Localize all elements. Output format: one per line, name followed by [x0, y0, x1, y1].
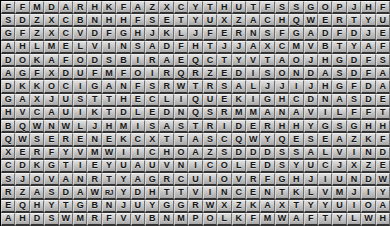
- cell-r11c23[interactable]: E: [318, 133, 332, 146]
- cell-r13c24[interactable]: J: [332, 160, 346, 173]
- cell-r14c10[interactable]: A: [131, 173, 145, 186]
- cell-r4c24[interactable]: T: [332, 41, 346, 54]
- cell-r17c13[interactable]: M: [174, 213, 188, 226]
- cell-r9c7[interactable]: K: [87, 107, 101, 120]
- cell-r9c5[interactable]: U: [59, 107, 73, 120]
- cell-r1c21[interactable]: S: [289, 1, 303, 14]
- cell-r16c18[interactable]: K: [246, 200, 260, 213]
- cell-r15c26[interactable]: I: [361, 186, 375, 199]
- cell-r10c14[interactable]: T: [188, 120, 202, 133]
- cell-r11c6[interactable]: E: [73, 133, 87, 146]
- cell-r9c22[interactable]: V: [304, 107, 318, 120]
- cell-r1c14[interactable]: Y: [188, 1, 202, 14]
- cell-r17c12[interactable]: N: [159, 213, 173, 226]
- cell-r8c1[interactable]: G: [1, 94, 15, 107]
- cell-r8c11[interactable]: C: [145, 94, 159, 107]
- cell-r13c17[interactable]: L: [232, 160, 246, 173]
- cell-r5c1[interactable]: D: [1, 54, 15, 67]
- cell-r12c2[interactable]: E: [15, 147, 29, 160]
- cell-r10c13[interactable]: S: [174, 120, 188, 133]
- cell-r7c10[interactable]: F: [131, 80, 145, 93]
- cell-r7c24[interactable]: G: [332, 80, 346, 93]
- cell-r5c21[interactable]: O: [289, 54, 303, 67]
- cell-r13c4[interactable]: G: [44, 160, 58, 173]
- cell-r9c26[interactable]: F: [361, 107, 375, 120]
- cell-r7c23[interactable]: H: [318, 80, 332, 93]
- cell-r8c22[interactable]: D: [304, 94, 318, 107]
- cell-r15c16[interactable]: N: [217, 186, 231, 199]
- cell-r13c22[interactable]: U: [304, 160, 318, 173]
- cell-r9c1[interactable]: H: [1, 107, 15, 120]
- cell-r10c12[interactable]: A: [159, 120, 173, 133]
- cell-r10c17[interactable]: D: [232, 120, 246, 133]
- cell-r13c23[interactable]: C: [318, 160, 332, 173]
- cell-r7c17[interactable]: A: [232, 80, 246, 93]
- cell-r5c4[interactable]: A: [44, 54, 58, 67]
- cell-r11c26[interactable]: K: [361, 133, 375, 146]
- cell-r2c23[interactable]: E: [318, 14, 332, 27]
- cell-r9c25[interactable]: F: [347, 107, 361, 120]
- cell-r14c26[interactable]: D: [361, 173, 375, 186]
- cell-r14c12[interactable]: R: [159, 173, 173, 186]
- cell-r16c24[interactable]: U: [332, 200, 346, 213]
- cell-r10c2[interactable]: Q: [15, 120, 29, 133]
- cell-r8c24[interactable]: A: [332, 94, 346, 107]
- cell-r3c2[interactable]: F: [15, 27, 29, 40]
- cell-r7c22[interactable]: J: [304, 80, 318, 93]
- cell-r5c14[interactable]: Q: [188, 54, 202, 67]
- cell-r11c16[interactable]: C: [217, 133, 231, 146]
- cell-r5c23[interactable]: H: [318, 54, 332, 67]
- cell-r1c4[interactable]: D: [44, 1, 58, 14]
- cell-r13c20[interactable]: S: [275, 160, 289, 173]
- cell-r7c26[interactable]: D: [361, 80, 375, 93]
- cell-r14c4[interactable]: V: [44, 173, 58, 186]
- cell-r11c20[interactable]: Q: [275, 133, 289, 146]
- cell-r17c26[interactable]: W: [361, 213, 375, 226]
- cell-r3c6[interactable]: V: [73, 27, 87, 40]
- cell-r1c12[interactable]: X: [159, 1, 173, 14]
- cell-r16c6[interactable]: G: [73, 200, 87, 213]
- cell-r16c19[interactable]: A: [260, 200, 274, 213]
- cell-r6c9[interactable]: F: [116, 67, 130, 80]
- cell-r12c27[interactable]: D: [376, 147, 390, 160]
- cell-r13c2[interactable]: D: [15, 160, 29, 173]
- cell-r6c24[interactable]: S: [332, 67, 346, 80]
- cell-r12c16[interactable]: S: [217, 147, 231, 160]
- cell-r6c27[interactable]: A: [376, 67, 390, 80]
- cell-r10c24[interactable]: S: [332, 120, 346, 133]
- cell-r8c2[interactable]: A: [15, 94, 29, 107]
- cell-r3c11[interactable]: J: [145, 27, 159, 40]
- cell-r10c11[interactable]: S: [145, 120, 159, 133]
- cell-r1c19[interactable]: F: [260, 1, 274, 14]
- cell-r4c18[interactable]: A: [246, 41, 260, 54]
- cell-r4c26[interactable]: A: [361, 41, 375, 54]
- cell-r9c13[interactable]: N: [174, 107, 188, 120]
- cell-r5c26[interactable]: F: [361, 54, 375, 67]
- cell-r8c5[interactable]: U: [59, 94, 73, 107]
- cell-r3c12[interactable]: K: [159, 27, 173, 40]
- cell-r14c13[interactable]: C: [174, 173, 188, 186]
- cell-r14c16[interactable]: O: [217, 173, 231, 186]
- cell-r2c1[interactable]: S: [1, 14, 15, 27]
- cell-r6c25[interactable]: D: [347, 67, 361, 80]
- cell-r7c3[interactable]: K: [30, 80, 44, 93]
- cell-r16c4[interactable]: Y: [44, 200, 58, 213]
- cell-r4c13[interactable]: F: [174, 41, 188, 54]
- cell-r7c7[interactable]: G: [87, 80, 101, 93]
- cell-r11c24[interactable]: A: [332, 133, 346, 146]
- cell-r12c17[interactable]: D: [232, 147, 246, 160]
- cell-r10c8[interactable]: H: [102, 120, 116, 133]
- cell-r6c5[interactable]: D: [59, 67, 73, 80]
- cell-r8c23[interactable]: N: [318, 94, 332, 107]
- cell-r3c19[interactable]: S: [260, 27, 274, 40]
- cell-r3c10[interactable]: H: [131, 27, 145, 40]
- cell-r10c23[interactable]: G: [318, 120, 332, 133]
- cell-r9c21[interactable]: A: [289, 107, 303, 120]
- cell-r13c8[interactable]: Y: [102, 160, 116, 173]
- cell-r8c15[interactable]: U: [203, 94, 217, 107]
- cell-r4c14[interactable]: H: [188, 41, 202, 54]
- cell-r12c26[interactable]: N: [361, 147, 375, 160]
- cell-r15c6[interactable]: A: [73, 186, 87, 199]
- cell-r6c23[interactable]: A: [318, 67, 332, 80]
- cell-r12c23[interactable]: L: [318, 147, 332, 160]
- cell-r9c2[interactable]: V: [15, 107, 29, 120]
- cell-r8c25[interactable]: S: [347, 94, 361, 107]
- cell-r5c12[interactable]: A: [159, 54, 173, 67]
- cell-r12c21[interactable]: S: [289, 147, 303, 160]
- cell-r13c27[interactable]: E: [376, 160, 390, 173]
- cell-r2c7[interactable]: N: [87, 14, 101, 27]
- cell-r2c2[interactable]: D: [15, 14, 29, 27]
- cell-r8c16[interactable]: E: [217, 94, 231, 107]
- cell-r10c3[interactable]: W: [30, 120, 44, 133]
- cell-r17c17[interactable]: K: [232, 213, 246, 226]
- cell-r6c16[interactable]: E: [217, 67, 231, 80]
- cell-r12c22[interactable]: A: [304, 147, 318, 160]
- cell-r11c22[interactable]: S: [304, 133, 318, 146]
- cell-r14c24[interactable]: U: [332, 173, 346, 186]
- cell-r6c20[interactable]: O: [275, 67, 289, 80]
- cell-r2c20[interactable]: H: [275, 14, 289, 27]
- cell-r12c4[interactable]: F: [44, 147, 58, 160]
- cell-r7c5[interactable]: C: [59, 80, 73, 93]
- cell-r11c8[interactable]: E: [102, 133, 116, 146]
- cell-r3c14[interactable]: J: [188, 27, 202, 40]
- cell-r10c18[interactable]: E: [246, 120, 260, 133]
- cell-r15c24[interactable]: M: [332, 186, 346, 199]
- cell-r3c24[interactable]: F: [332, 27, 346, 40]
- cell-r8c4[interactable]: J: [44, 94, 58, 107]
- cell-r12c15[interactable]: Z: [203, 147, 217, 160]
- cell-r5c13[interactable]: E: [174, 54, 188, 67]
- cell-r14c19[interactable]: F: [260, 173, 274, 186]
- cell-r17c24[interactable]: Y: [332, 213, 346, 226]
- cell-r4c4[interactable]: M: [44, 41, 58, 54]
- cell-r17c6[interactable]: M: [73, 213, 87, 226]
- cell-r4c10[interactable]: S: [131, 41, 145, 54]
- cell-r6c3[interactable]: F: [30, 67, 44, 80]
- cell-r1c20[interactable]: S: [275, 1, 289, 14]
- cell-r9c17[interactable]: M: [232, 107, 246, 120]
- cell-r2c14[interactable]: Y: [188, 14, 202, 27]
- cell-r16c14[interactable]: R: [188, 200, 202, 213]
- cell-r13c19[interactable]: D: [260, 160, 274, 173]
- cell-r1c7[interactable]: H: [87, 1, 101, 14]
- cell-r13c11[interactable]: U: [145, 160, 159, 173]
- cell-r4c7[interactable]: V: [87, 41, 101, 54]
- cell-r1c3[interactable]: M: [30, 1, 44, 14]
- cell-r1c15[interactable]: T: [203, 1, 217, 14]
- cell-r5c5[interactable]: F: [59, 54, 73, 67]
- cell-r11c17[interactable]: Q: [232, 133, 246, 146]
- cell-r12c25[interactable]: I: [347, 147, 361, 160]
- cell-r12c12[interactable]: H: [159, 147, 173, 160]
- cell-r7c11[interactable]: S: [145, 80, 159, 93]
- cell-r2c12[interactable]: E: [159, 14, 173, 27]
- cell-r1c17[interactable]: U: [232, 1, 246, 14]
- cell-r4c19[interactable]: X: [260, 41, 274, 54]
- cell-r17c9[interactable]: V: [116, 213, 130, 226]
- cell-r9c19[interactable]: A: [260, 107, 274, 120]
- cell-r7c13[interactable]: W: [174, 80, 188, 93]
- cell-r16c8[interactable]: N: [102, 200, 116, 213]
- cell-r8c8[interactable]: T: [102, 94, 116, 107]
- cell-r1c1[interactable]: F: [1, 1, 15, 14]
- cell-r14c14[interactable]: U: [188, 173, 202, 186]
- cell-r3c5[interactable]: C: [59, 27, 73, 40]
- cell-r4c11[interactable]: A: [145, 41, 159, 54]
- cell-r4c12[interactable]: D: [159, 41, 173, 54]
- cell-r1c10[interactable]: A: [131, 1, 145, 14]
- cell-r16c2[interactable]: Q: [15, 200, 29, 213]
- cell-r4c20[interactable]: C: [275, 41, 289, 54]
- cell-r14c17[interactable]: V: [232, 173, 246, 186]
- cell-r4c8[interactable]: I: [102, 41, 116, 54]
- cell-r9c10[interactable]: L: [131, 107, 145, 120]
- cell-r10c1[interactable]: B: [1, 120, 15, 133]
- cell-r16c22[interactable]: Y: [304, 200, 318, 213]
- cell-r7c19[interactable]: J: [260, 80, 274, 93]
- cell-r7c20[interactable]: J: [275, 80, 289, 93]
- cell-r14c2[interactable]: J: [15, 173, 29, 186]
- cell-r11c25[interactable]: Z: [347, 133, 361, 146]
- cell-r6c6[interactable]: U: [73, 67, 87, 80]
- cell-r14c18[interactable]: R: [246, 173, 260, 186]
- cell-r4c22[interactable]: V: [304, 41, 318, 54]
- cell-r2c10[interactable]: F: [131, 14, 145, 27]
- cell-r15c21[interactable]: K: [289, 186, 303, 199]
- cell-r14c6[interactable]: N: [73, 173, 87, 186]
- cell-r5c2[interactable]: O: [15, 54, 29, 67]
- cell-r5c16[interactable]: T: [217, 54, 231, 67]
- cell-r2c22[interactable]: W: [304, 14, 318, 27]
- cell-r3c26[interactable]: J: [361, 27, 375, 40]
- cell-r7c12[interactable]: R: [159, 80, 173, 93]
- cell-r3c27[interactable]: E: [376, 27, 390, 40]
- cell-r13c1[interactable]: C: [1, 160, 15, 173]
- cell-r7c2[interactable]: K: [15, 80, 29, 93]
- cell-r3c22[interactable]: A: [304, 27, 318, 40]
- cell-r6c10[interactable]: O: [131, 67, 145, 80]
- cell-r5c8[interactable]: S: [102, 54, 116, 67]
- cell-r2c19[interactable]: C: [260, 14, 274, 27]
- cell-r12c10[interactable]: I: [131, 147, 145, 160]
- cell-r9c3[interactable]: C: [30, 107, 44, 120]
- cell-r14c25[interactable]: N: [347, 173, 361, 186]
- cell-r17c11[interactable]: B: [145, 213, 159, 226]
- cell-r16c26[interactable]: O: [361, 200, 375, 213]
- cell-r12c9[interactable]: I: [116, 147, 130, 160]
- cell-r10c21[interactable]: H: [289, 120, 303, 133]
- cell-r13c25[interactable]: X: [347, 160, 361, 173]
- cell-r15c19[interactable]: N: [260, 186, 274, 199]
- cell-r14c11[interactable]: G: [145, 173, 159, 186]
- cell-r2c5[interactable]: C: [59, 14, 73, 27]
- cell-r3c23[interactable]: D: [318, 27, 332, 40]
- cell-r17c1[interactable]: A: [1, 213, 15, 226]
- cell-r8c14[interactable]: Q: [188, 94, 202, 107]
- cell-r10c16[interactable]: I: [217, 120, 231, 133]
- cell-r14c3[interactable]: O: [30, 173, 44, 186]
- cell-r4c5[interactable]: E: [59, 41, 73, 54]
- cell-r8c13[interactable]: I: [174, 94, 188, 107]
- cell-r10c26[interactable]: H: [361, 120, 375, 133]
- cell-r17c22[interactable]: F: [304, 213, 318, 226]
- cell-r7c21[interactable]: I: [289, 80, 303, 93]
- cell-r17c3[interactable]: D: [30, 213, 44, 226]
- cell-r10c10[interactable]: I: [131, 120, 145, 133]
- cell-r6c8[interactable]: M: [102, 67, 116, 80]
- cell-r16c1[interactable]: E: [1, 200, 15, 213]
- cell-r13c26[interactable]: Z: [361, 160, 375, 173]
- cell-r17c20[interactable]: W: [275, 213, 289, 226]
- cell-r6c1[interactable]: A: [1, 67, 15, 80]
- cell-r11c18[interactable]: W: [246, 133, 260, 146]
- cell-r4c2[interactable]: H: [15, 41, 29, 54]
- cell-r9c11[interactable]: E: [145, 107, 159, 120]
- cell-r7c18[interactable]: L: [246, 80, 260, 93]
- cell-r16c16[interactable]: X: [217, 200, 231, 213]
- cell-r8c6[interactable]: S: [73, 94, 87, 107]
- cell-r7c1[interactable]: D: [1, 80, 15, 93]
- cell-r1c26[interactable]: H: [361, 1, 375, 14]
- cell-r17c10[interactable]: V: [131, 213, 145, 226]
- cell-r2c27[interactable]: U: [376, 14, 390, 27]
- cell-r11c27[interactable]: F: [376, 133, 390, 146]
- cell-r5c25[interactable]: D: [347, 54, 361, 67]
- cell-r10c19[interactable]: R: [260, 120, 274, 133]
- cell-r15c11[interactable]: H: [145, 186, 159, 199]
- cell-r5c3[interactable]: K: [30, 54, 44, 67]
- cell-r5c18[interactable]: V: [246, 54, 260, 67]
- cell-r3c1[interactable]: G: [1, 27, 15, 40]
- cell-r10c22[interactable]: Y: [304, 120, 318, 133]
- cell-r11c11[interactable]: X: [145, 133, 159, 146]
- cell-r2c8[interactable]: H: [102, 14, 116, 27]
- cell-r10c20[interactable]: H: [275, 120, 289, 133]
- cell-r11c14[interactable]: A: [188, 133, 202, 146]
- cell-r4c9[interactable]: N: [116, 41, 130, 54]
- cell-r15c20[interactable]: T: [275, 186, 289, 199]
- cell-r8c12[interactable]: L: [159, 94, 173, 107]
- cell-r6c11[interactable]: I: [145, 67, 159, 80]
- cell-r13c6[interactable]: I: [73, 160, 87, 173]
- cell-r16c9[interactable]: J: [116, 200, 130, 213]
- cell-r1c2[interactable]: F: [15, 1, 29, 14]
- cell-r1c22[interactable]: G: [304, 1, 318, 14]
- cell-r9c14[interactable]: Q: [188, 107, 202, 120]
- cell-r14c9[interactable]: Y: [116, 173, 130, 186]
- cell-r13c21[interactable]: Y: [289, 160, 303, 173]
- cell-r6c14[interactable]: R: [188, 67, 202, 80]
- cell-r8c21[interactable]: C: [289, 94, 303, 107]
- cell-r16c5[interactable]: T: [59, 200, 73, 213]
- cell-r2c3[interactable]: Z: [30, 14, 44, 27]
- cell-r13c3[interactable]: K: [30, 160, 44, 173]
- cell-r13c18[interactable]: E: [246, 160, 260, 173]
- cell-r10c25[interactable]: G: [347, 120, 361, 133]
- cell-r17c7[interactable]: R: [87, 213, 101, 226]
- cell-r6c2[interactable]: G: [15, 67, 29, 80]
- cell-r17c23[interactable]: T: [318, 213, 332, 226]
- cell-r13c15[interactable]: C: [203, 160, 217, 173]
- cell-r12c11[interactable]: C: [145, 147, 159, 160]
- cell-r3c20[interactable]: F: [275, 27, 289, 40]
- cell-r2c15[interactable]: U: [203, 14, 217, 27]
- cell-r16c25[interactable]: I: [347, 200, 361, 213]
- cell-r7c9[interactable]: N: [116, 80, 130, 93]
- cell-r5c19[interactable]: T: [260, 54, 274, 67]
- cell-r11c10[interactable]: C: [131, 133, 145, 146]
- cell-r5c6[interactable]: O: [73, 54, 87, 67]
- cell-r14c7[interactable]: R: [87, 173, 101, 186]
- cell-r3c15[interactable]: F: [203, 27, 217, 40]
- cell-r9c18[interactable]: M: [246, 107, 260, 120]
- cell-r5c20[interactable]: A: [275, 54, 289, 67]
- cell-r1c25[interactable]: J: [347, 1, 361, 14]
- cell-r17c19[interactable]: M: [260, 213, 274, 226]
- cell-r6c15[interactable]: Z: [203, 67, 217, 80]
- cell-r2c6[interactable]: B: [73, 14, 87, 27]
- cell-r5c7[interactable]: D: [87, 54, 101, 67]
- cell-r7c25[interactable]: F: [347, 80, 361, 93]
- cell-r9c20[interactable]: N: [275, 107, 289, 120]
- cell-r5c24[interactable]: G: [332, 54, 346, 67]
- cell-r15c5[interactable]: D: [59, 186, 73, 199]
- cell-r2c16[interactable]: X: [217, 14, 231, 27]
- cell-r15c1[interactable]: R: [1, 186, 15, 199]
- cell-r16c11[interactable]: Y: [145, 200, 159, 213]
- cell-r14c22[interactable]: J: [304, 173, 318, 186]
- cell-r11c7[interactable]: N: [87, 133, 101, 146]
- cell-r15c15[interactable]: I: [203, 186, 217, 199]
- cell-r3c3[interactable]: Z: [30, 27, 44, 40]
- cell-r15c10[interactable]: D: [131, 186, 145, 199]
- cell-r5c15[interactable]: C: [203, 54, 217, 67]
- cell-r10c5[interactable]: W: [59, 120, 73, 133]
- cell-r17c15[interactable]: O: [203, 213, 217, 226]
- cell-r7c14[interactable]: T: [188, 80, 202, 93]
- cell-r8c20[interactable]: H: [275, 94, 289, 107]
- cell-r5c10[interactable]: I: [131, 54, 145, 67]
- cell-r4c23[interactable]: B: [318, 41, 332, 54]
- cell-r5c22[interactable]: J: [304, 54, 318, 67]
- cell-r16c17[interactable]: Z: [232, 200, 246, 213]
